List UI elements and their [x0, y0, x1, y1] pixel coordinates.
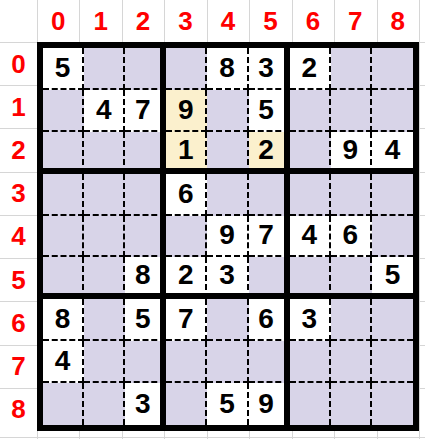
- col-label-8: 8: [377, 0, 419, 42]
- cell-r0c0[interactable]: 5: [43, 48, 84, 90]
- cell-r7c4[interactable]: [207, 341, 248, 383]
- col-label-3: 3: [164, 0, 206, 42]
- sudoku-board: 583247951294697468235857634359: [37, 42, 419, 431]
- cell-r4c1[interactable]: [84, 216, 125, 258]
- cell-r6c3[interactable]: 7: [166, 299, 207, 341]
- cell-r6c2[interactable]: 5: [125, 299, 166, 341]
- row-label-7: 7: [0, 345, 37, 388]
- cell-r3c1[interactable]: [84, 174, 125, 216]
- cell-r1c8[interactable]: [372, 90, 413, 132]
- cell-r4c2[interactable]: [125, 216, 166, 258]
- cell-r0c6[interactable]: 2: [290, 48, 331, 90]
- col-label-7: 7: [334, 0, 376, 42]
- cell-r2c3[interactable]: 1: [166, 132, 207, 174]
- cell-r2c7[interactable]: 9: [331, 132, 372, 174]
- cell-r7c5[interactable]: [249, 341, 290, 383]
- cell-r5c4[interactable]: 3: [207, 257, 248, 299]
- col-label-6: 6: [292, 0, 334, 42]
- cell-r8c1[interactable]: [84, 383, 125, 425]
- cell-r6c0[interactable]: 8: [43, 299, 84, 341]
- cell-r2c8[interactable]: 4: [372, 132, 413, 174]
- cell-r7c3[interactable]: [166, 341, 207, 383]
- cell-r0c1[interactable]: [84, 48, 125, 90]
- cell-r5c6[interactable]: [290, 257, 331, 299]
- cell-r3c0[interactable]: [43, 174, 84, 216]
- sheet-gridline-h: [0, 437, 425, 438]
- cell-r6c1[interactable]: [84, 299, 125, 341]
- row-label-8: 8: [0, 388, 37, 431]
- cell-r6c7[interactable]: [331, 299, 372, 341]
- cell-r1c2[interactable]: 7: [125, 90, 166, 132]
- row-label-2: 2: [0, 128, 37, 171]
- cell-r0c4[interactable]: 8: [207, 48, 248, 90]
- cell-r2c6[interactable]: [290, 132, 331, 174]
- cell-r4c5[interactable]: 7: [249, 216, 290, 258]
- col-label-1: 1: [79, 0, 121, 42]
- cell-r7c8[interactable]: [372, 341, 413, 383]
- cell-r4c4[interactable]: 9: [207, 216, 248, 258]
- cell-r0c2[interactable]: [125, 48, 166, 90]
- cell-r4c0[interactable]: [43, 216, 84, 258]
- col-label-0: 0: [37, 0, 79, 42]
- cell-r8c0[interactable]: [43, 383, 84, 425]
- row-label-4: 4: [0, 215, 37, 258]
- sheet-gridline-v: [419, 0, 420, 439]
- cell-r1c3[interactable]: 9: [166, 90, 207, 132]
- cell-r0c7[interactable]: [331, 48, 372, 90]
- cell-r3c4[interactable]: [207, 174, 248, 216]
- cell-r8c4[interactable]: 5: [207, 383, 248, 425]
- cell-r0c3[interactable]: [166, 48, 207, 90]
- cell-r6c4[interactable]: [207, 299, 248, 341]
- cell-r3c5[interactable]: [249, 174, 290, 216]
- row-labels: 012345678: [0, 42, 37, 431]
- cell-r2c4[interactable]: [207, 132, 248, 174]
- cell-r1c5[interactable]: 5: [249, 90, 290, 132]
- cell-r1c7[interactable]: [331, 90, 372, 132]
- cell-r8c2[interactable]: 3: [125, 383, 166, 425]
- row-label-0: 0: [0, 42, 37, 85]
- cell-r6c6[interactable]: 3: [290, 299, 331, 341]
- cell-r7c2[interactable]: [125, 341, 166, 383]
- cell-r2c0[interactable]: [43, 132, 84, 174]
- cell-r2c1[interactable]: [84, 132, 125, 174]
- cell-r4c7[interactable]: 6: [331, 216, 372, 258]
- cell-r8c8[interactable]: [372, 383, 413, 425]
- cell-r0c8[interactable]: [372, 48, 413, 90]
- cell-r3c3[interactable]: 6: [166, 174, 207, 216]
- cell-r1c6[interactable]: [290, 90, 331, 132]
- sudoku-app: 012345678 012345678 58324795129469746823…: [0, 0, 425, 439]
- cell-r3c8[interactable]: [372, 174, 413, 216]
- cell-r3c6[interactable]: [290, 174, 331, 216]
- cell-r5c3[interactable]: 2: [166, 257, 207, 299]
- cell-r4c8[interactable]: [372, 216, 413, 258]
- row-label-5: 5: [0, 258, 37, 301]
- cell-r6c5[interactable]: 6: [249, 299, 290, 341]
- cell-r7c7[interactable]: [331, 341, 372, 383]
- row-label-3: 3: [0, 172, 37, 215]
- cell-r1c4[interactable]: [207, 90, 248, 132]
- cell-r6c8[interactable]: [372, 299, 413, 341]
- cell-r4c6[interactable]: 4: [290, 216, 331, 258]
- column-labels: 012345678: [37, 0, 419, 42]
- cell-r8c3[interactable]: [166, 383, 207, 425]
- cell-r5c2[interactable]: 8: [125, 257, 166, 299]
- row-label-1: 1: [0, 85, 37, 128]
- cell-r8c7[interactable]: [331, 383, 372, 425]
- cell-r5c1[interactable]: [84, 257, 125, 299]
- cell-r4c3[interactable]: [166, 216, 207, 258]
- cell-r8c5[interactable]: 9: [249, 383, 290, 425]
- row-label-6: 6: [0, 301, 37, 344]
- cell-r7c1[interactable]: [84, 341, 125, 383]
- col-label-5: 5: [249, 0, 291, 42]
- col-label-4: 4: [207, 0, 249, 42]
- col-label-2: 2: [122, 0, 164, 42]
- cell-r5c5[interactable]: [249, 257, 290, 299]
- cell-r5c0[interactable]: [43, 257, 84, 299]
- cell-r7c6[interactable]: [290, 341, 331, 383]
- cell-r8c6[interactable]: [290, 383, 331, 425]
- cell-r3c2[interactable]: [125, 174, 166, 216]
- cell-r1c1[interactable]: 4: [84, 90, 125, 132]
- cell-r3c7[interactable]: [331, 174, 372, 216]
- cell-r7c0[interactable]: 4: [43, 341, 84, 383]
- cell-r5c7[interactable]: [331, 257, 372, 299]
- cell-r5c8[interactable]: 5: [372, 257, 413, 299]
- cell-r0c5[interactable]: 3: [249, 48, 290, 90]
- cell-r2c2[interactable]: [125, 132, 166, 174]
- cell-r2c5[interactable]: 2: [249, 132, 290, 174]
- cell-r1c0[interactable]: [43, 90, 84, 132]
